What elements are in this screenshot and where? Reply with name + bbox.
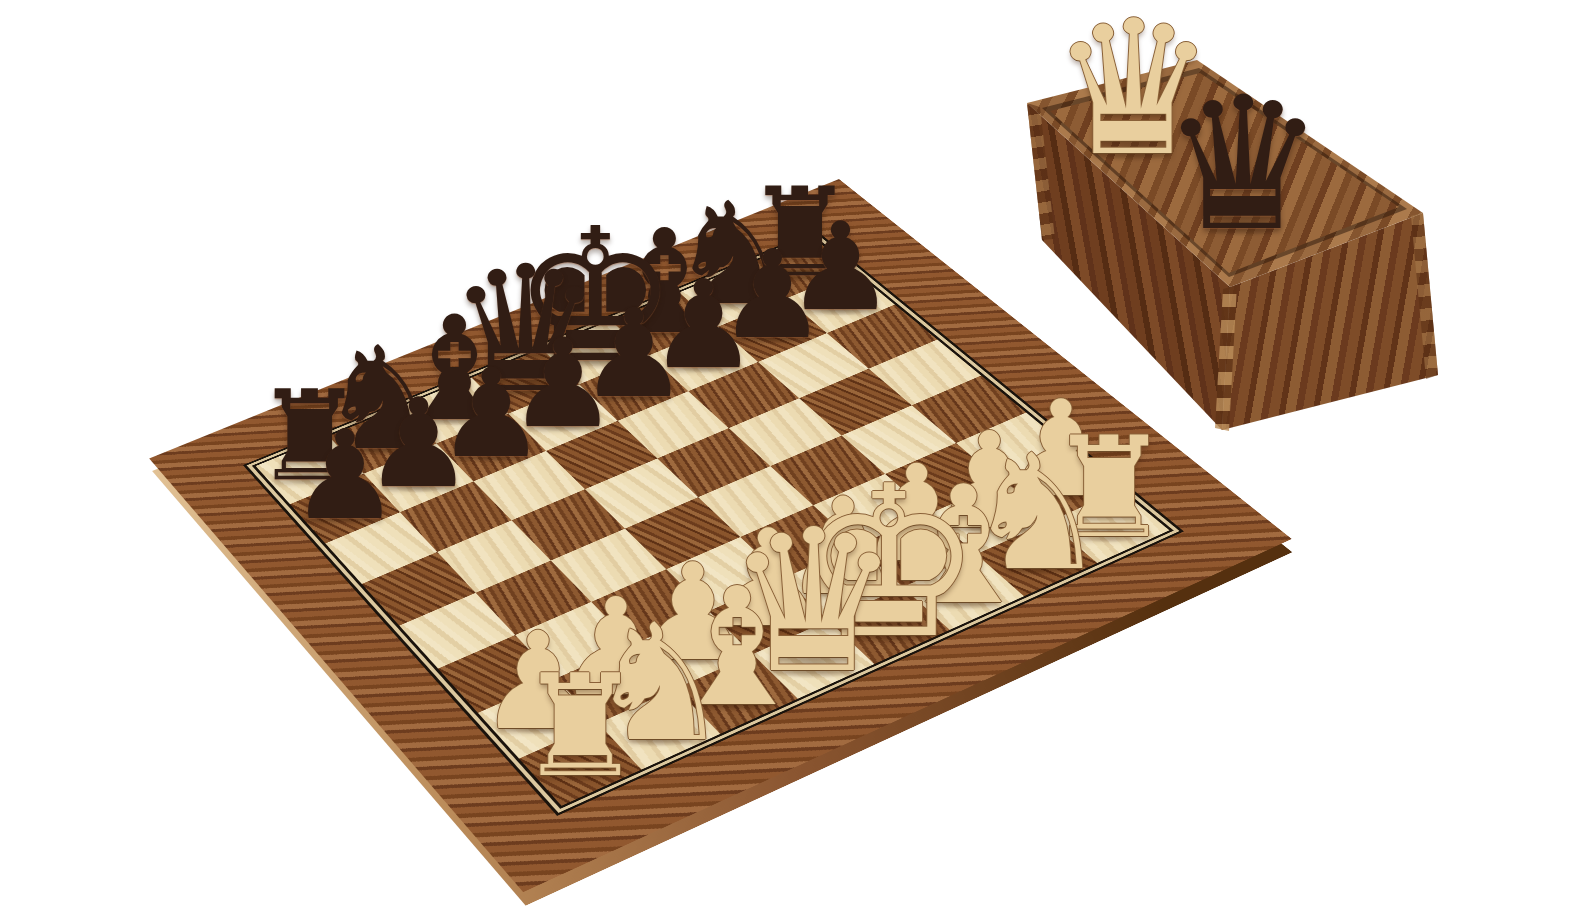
- storage-box: [1005, 8, 1475, 453]
- scene: ♜♞♝♛♚♝♞♜♟♟♟♟♟♟♟♟♟♟♟♟♟♟♟♟♜♞♝♛♚♝♞♜♛♛: [0, 0, 1588, 915]
